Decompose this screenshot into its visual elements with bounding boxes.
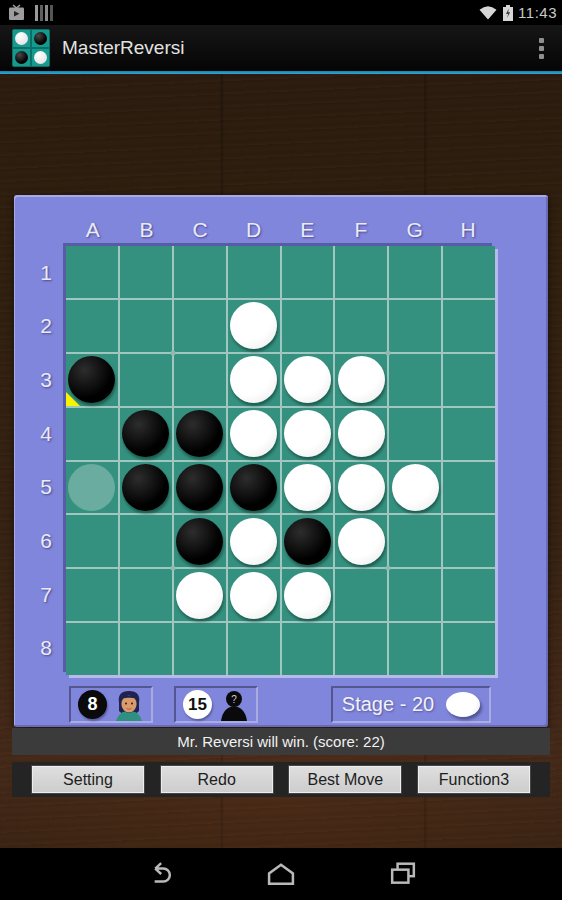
cell-G4[interactable] — [389, 408, 441, 460]
home-button-icon[interactable] — [264, 860, 298, 888]
white-disc — [392, 464, 439, 511]
white-score-box: 15 ? — [174, 686, 258, 723]
white-disc — [284, 464, 331, 511]
cell-G1[interactable] — [389, 246, 441, 298]
cell-H1[interactable] — [443, 246, 495, 298]
col-label-D: D — [227, 217, 281, 243]
battery-charging-icon — [502, 4, 514, 22]
cell-D4[interactable] — [228, 408, 280, 460]
cell-H8[interactable] — [443, 623, 495, 675]
cell-F1[interactable] — [335, 246, 387, 298]
cell-B3[interactable] — [120, 354, 172, 406]
stage-box: Stage - 20 — [331, 686, 491, 723]
cell-G6[interactable] — [389, 515, 441, 567]
setting-button[interactable]: Setting — [32, 766, 144, 793]
row-label-2: 2 — [30, 300, 62, 354]
cell-F8[interactable] — [335, 623, 387, 675]
cell-A7[interactable] — [66, 569, 118, 621]
cell-D7[interactable] — [228, 569, 280, 621]
cell-G8[interactable] — [389, 623, 441, 675]
cell-G3[interactable] — [389, 354, 441, 406]
row-label-8: 8 — [30, 621, 62, 675]
app-logo-icon — [12, 29, 50, 67]
overflow-menu-icon[interactable] — [529, 28, 562, 69]
cell-H6[interactable] — [443, 515, 495, 567]
col-label-F: F — [334, 217, 388, 243]
stage-label: Stage - 20 — [342, 693, 434, 716]
cell-E7[interactable] — [282, 569, 334, 621]
white-disc — [230, 356, 277, 403]
cell-F5[interactable] — [335, 462, 387, 514]
cell-B7[interactable] — [120, 569, 172, 621]
black-score-disc: 8 — [78, 690, 107, 719]
android-status-bar: 11:43 — [0, 0, 562, 25]
cell-H5[interactable] — [443, 462, 495, 514]
column-labels: ABCDEFGH — [66, 217, 495, 243]
cell-A1[interactable] — [66, 246, 118, 298]
cell-F2[interactable] — [335, 300, 387, 352]
back-button-icon[interactable] — [142, 860, 176, 888]
white-disc — [284, 572, 331, 619]
cell-E5[interactable] — [282, 462, 334, 514]
cell-C8[interactable] — [174, 623, 226, 675]
cell-E8[interactable] — [282, 623, 334, 675]
white-disc — [230, 410, 277, 457]
clock: 11:43 — [518, 4, 557, 21]
cell-B2[interactable] — [120, 300, 172, 352]
cell-G5[interactable] — [389, 462, 441, 514]
cell-D2[interactable] — [228, 300, 280, 352]
best-move-button[interactable]: Best Move — [289, 766, 401, 793]
cell-F4[interactable] — [335, 408, 387, 460]
col-label-H: H — [441, 217, 495, 243]
app-title: MasterReversi — [62, 37, 529, 59]
white-disc — [230, 302, 277, 349]
cell-F6[interactable] — [335, 515, 387, 567]
cell-A6[interactable] — [66, 515, 118, 567]
col-label-G: G — [388, 217, 442, 243]
hint-disc — [68, 464, 115, 511]
black-disc — [122, 464, 169, 511]
board-grid — [66, 246, 495, 675]
white-disc — [176, 572, 223, 619]
white-score-disc: 15 — [183, 690, 212, 719]
cell-H4[interactable] — [443, 408, 495, 460]
col-label-E: E — [281, 217, 335, 243]
black-disc — [176, 464, 223, 511]
status-message: Mr. Reversi will win. (score: 22) — [177, 733, 385, 750]
cell-B8[interactable] — [120, 623, 172, 675]
cell-A2[interactable] — [66, 300, 118, 352]
cell-A5[interactable] — [66, 462, 118, 514]
white-disc — [230, 572, 277, 619]
cell-C2[interactable] — [174, 300, 226, 352]
mr-reversi-avatar: ? — [219, 689, 249, 721]
col-label-C: C — [173, 217, 227, 243]
turn-indicator-white-disc — [446, 692, 480, 717]
row-label-4: 4 — [30, 407, 62, 461]
white-disc — [284, 410, 331, 457]
black-score-box: 8 — [69, 686, 153, 723]
cell-E4[interactable] — [282, 408, 334, 460]
cell-A3[interactable] — [66, 354, 118, 406]
black-disc — [176, 410, 223, 457]
cell-D8[interactable] — [228, 623, 280, 675]
cell-B1[interactable] — [120, 246, 172, 298]
cell-D5[interactable] — [228, 462, 280, 514]
board-panel: ABCDEFGH 12345678 8 15 ? Stage - 20 — [14, 195, 548, 727]
cell-C4[interactable] — [174, 408, 226, 460]
white-disc — [338, 410, 385, 457]
cell-F3[interactable] — [335, 354, 387, 406]
cell-G2[interactable] — [389, 300, 441, 352]
android-nav-bar — [0, 848, 562, 900]
cell-C7[interactable] — [174, 569, 226, 621]
col-label-A: A — [66, 217, 120, 243]
action-bar: MasterReversi — [0, 25, 562, 71]
row-label-5: 5 — [30, 461, 62, 515]
col-label-B: B — [120, 217, 174, 243]
white-disc — [338, 464, 385, 511]
human-player-avatar — [114, 689, 144, 721]
row-labels: 12345678 — [30, 246, 62, 675]
cell-E6[interactable] — [282, 515, 334, 567]
cell-B4[interactable] — [120, 408, 172, 460]
app-screen: 11:43 MasterReversi ABCDEFGH 12345678 8 — [0, 0, 562, 900]
last-move-marker — [66, 392, 80, 406]
black-disc — [122, 410, 169, 457]
status-message-bar: Mr. Reversi will win. (score: 22) — [12, 728, 550, 755]
actionbar-accent-line — [0, 71, 562, 74]
cell-C6[interactable] — [174, 515, 226, 567]
cell-C1[interactable] — [174, 246, 226, 298]
white-disc — [284, 356, 331, 403]
cell-E1[interactable] — [282, 246, 334, 298]
black-disc — [284, 518, 331, 565]
wifi-icon — [478, 4, 498, 21]
cell-C5[interactable] — [174, 462, 226, 514]
white-disc — [338, 518, 385, 565]
black-disc — [176, 518, 223, 565]
cell-G7[interactable] — [389, 569, 441, 621]
recents-button-icon[interactable] — [386, 860, 420, 888]
cell-C3[interactable] — [174, 354, 226, 406]
function3-button[interactable]: Function3 — [418, 766, 530, 793]
cell-E3[interactable] — [282, 354, 334, 406]
cell-D3[interactable] — [228, 354, 280, 406]
toolbar: Setting Redo Best Move Function3 — [12, 762, 550, 797]
white-disc — [230, 518, 277, 565]
play-store-icon — [7, 3, 26, 22]
cell-H2[interactable] — [443, 300, 495, 352]
row-label-3: 3 — [30, 353, 62, 407]
cell-D1[interactable] — [228, 246, 280, 298]
cell-H7[interactable] — [443, 569, 495, 621]
cell-A8[interactable] — [66, 623, 118, 675]
cell-B5[interactable] — [120, 462, 172, 514]
cell-F7[interactable] — [335, 569, 387, 621]
cell-E2[interactable] — [282, 300, 334, 352]
row-label-7: 7 — [30, 568, 62, 622]
redo-button[interactable]: Redo — [161, 766, 273, 793]
cell-H3[interactable] — [443, 354, 495, 406]
cell-A4[interactable] — [66, 408, 118, 460]
equalizer-bars-icon — [35, 5, 53, 21]
cell-D6[interactable] — [228, 515, 280, 567]
svg-text:?: ? — [231, 693, 237, 704]
black-disc — [230, 464, 277, 511]
white-disc — [338, 356, 385, 403]
row-label-1: 1 — [30, 246, 62, 300]
cell-B6[interactable] — [120, 515, 172, 567]
row-label-6: 6 — [30, 514, 62, 568]
